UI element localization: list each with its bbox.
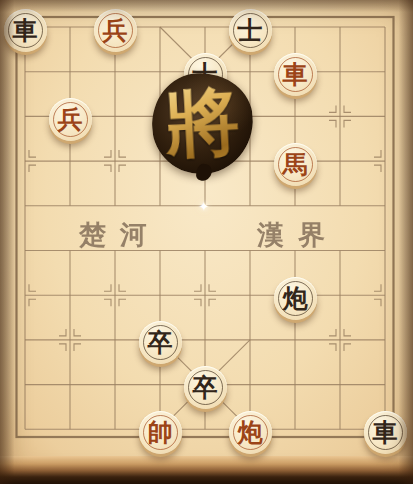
- piece-black-chariot[interactable]: 車: [4, 9, 47, 52]
- piece-character: 炮: [274, 277, 317, 320]
- piece-black-soldier[interactable]: 卒: [139, 321, 182, 364]
- piece-character: 馬: [274, 143, 317, 186]
- piece-red-soldier[interactable]: 兵: [49, 98, 92, 141]
- piece-character: 車: [274, 53, 317, 96]
- table-front-edge: [0, 456, 413, 484]
- piece-red-soldier[interactable]: 兵: [94, 9, 137, 52]
- piece-character: 兵: [49, 98, 92, 141]
- piece-character: 兵: [94, 9, 137, 52]
- piece-character: 車: [4, 9, 47, 52]
- piece-character: 炮: [229, 411, 272, 454]
- piece-character: 卒: [184, 366, 227, 409]
- river-label-left: 楚河: [50, 217, 190, 253]
- piece-black-soldier[interactable]: 卒: [184, 366, 227, 409]
- piece-character: 帥: [139, 411, 182, 454]
- river-label-right: 漢界: [228, 217, 368, 253]
- piece-character: 士: [229, 9, 272, 52]
- piece-character: 車: [364, 411, 407, 454]
- check-badge-text: 將: [149, 70, 255, 176]
- piece-red-chariot[interactable]: 車: [274, 53, 317, 96]
- piece-black-chariot[interactable]: 車: [364, 411, 407, 454]
- piece-red-cannon[interactable]: 炮: [229, 411, 272, 454]
- piece-character: 卒: [139, 321, 182, 364]
- board-surface: 楚河 漢界 車兵士士車兵將馬炮卒卒帥炮車 ✦ 將: [0, 0, 413, 458]
- piece-red-general[interactable]: 帥: [139, 411, 182, 454]
- xiangqi-game-screen: 楚河 漢界 車兵士士車兵將馬炮卒卒帥炮車 ✦ 將: [0, 0, 413, 484]
- check-badge: 將: [149, 70, 255, 176]
- piece-red-horse[interactable]: 馬: [274, 143, 317, 186]
- piece-black-cannon[interactable]: 炮: [274, 277, 317, 320]
- piece-black-advisor[interactable]: 士: [229, 9, 272, 52]
- sparkle-effect: ✦: [196, 199, 212, 215]
